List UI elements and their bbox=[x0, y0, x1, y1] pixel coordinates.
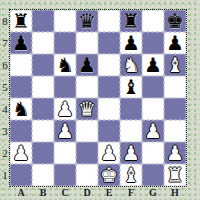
chess-board: ♜♛♜♚♟♟♟♞♟♞♟♝♝♞♟♛♟♟♟♟♟♟♚♝♜ bbox=[10, 10, 186, 186]
square-a7[interactable]: ♟ bbox=[10, 32, 32, 54]
piece-black-pawn[interactable]: ♟ bbox=[165, 33, 185, 53]
square-b1[interactable] bbox=[32, 164, 54, 186]
piece-white-knight[interactable]: ♞ bbox=[121, 55, 141, 75]
piece-white-pawn[interactable]: ♟ bbox=[121, 143, 141, 163]
square-a6[interactable] bbox=[10, 54, 32, 76]
square-g2[interactable] bbox=[142, 142, 164, 164]
rank-label-5: 5 bbox=[0, 76, 10, 98]
square-a4[interactable]: ♞ bbox=[10, 98, 32, 120]
file-label-e: E bbox=[98, 187, 120, 200]
square-d7[interactable] bbox=[76, 32, 98, 54]
piece-black-knight[interactable]: ♞ bbox=[55, 55, 75, 75]
square-h5[interactable] bbox=[164, 76, 186, 98]
square-d2[interactable] bbox=[76, 142, 98, 164]
square-h6[interactable]: ♝ bbox=[164, 54, 186, 76]
square-h8[interactable]: ♚ bbox=[164, 10, 186, 32]
rank-label-1: 1 bbox=[0, 164, 10, 186]
square-d6[interactable]: ♟ bbox=[76, 54, 98, 76]
rank-label-4: 4 bbox=[0, 98, 10, 120]
piece-black-rook[interactable]: ♜ bbox=[11, 11, 31, 31]
square-f7[interactable]: ♟ bbox=[120, 32, 142, 54]
piece-black-pawn[interactable]: ♟ bbox=[77, 55, 97, 75]
piece-black-pawn[interactable]: ♟ bbox=[143, 55, 163, 75]
square-b6[interactable] bbox=[32, 54, 54, 76]
square-d5[interactable] bbox=[76, 76, 98, 98]
piece-white-pawn[interactable]: ♟ bbox=[55, 99, 75, 119]
file-label-b: B bbox=[32, 187, 54, 200]
square-f8[interactable]: ♜ bbox=[120, 10, 142, 32]
square-h4[interactable] bbox=[164, 98, 186, 120]
file-label-h: H bbox=[164, 187, 186, 200]
piece-white-rook[interactable]: ♜ bbox=[165, 165, 185, 185]
piece-black-pawn[interactable]: ♟ bbox=[11, 33, 31, 53]
piece-white-pawn[interactable]: ♟ bbox=[99, 143, 119, 163]
square-a1[interactable] bbox=[10, 164, 32, 186]
square-b2[interactable] bbox=[32, 142, 54, 164]
square-e5[interactable] bbox=[98, 76, 120, 98]
square-a3[interactable] bbox=[10, 120, 32, 142]
square-e6[interactable] bbox=[98, 54, 120, 76]
piece-white-queen[interactable]: ♛ bbox=[77, 99, 97, 119]
square-h3[interactable] bbox=[164, 120, 186, 142]
square-a2[interactable]: ♟ bbox=[10, 142, 32, 164]
square-b5[interactable] bbox=[32, 76, 54, 98]
rank-label-2: 2 bbox=[0, 142, 10, 164]
square-e3[interactable] bbox=[98, 120, 120, 142]
square-e7[interactable] bbox=[98, 32, 120, 54]
file-label-f: F bbox=[120, 187, 142, 200]
square-d4[interactable]: ♛ bbox=[76, 98, 98, 120]
piece-black-queen[interactable]: ♛ bbox=[77, 11, 97, 31]
square-b4[interactable] bbox=[32, 98, 54, 120]
square-a5[interactable] bbox=[10, 76, 32, 98]
square-f4[interactable] bbox=[120, 98, 142, 120]
square-b7[interactable] bbox=[32, 32, 54, 54]
square-e4[interactable] bbox=[98, 98, 120, 120]
piece-white-pawn[interactable]: ♟ bbox=[55, 121, 75, 141]
chess-diagram: ♜♛♜♚♟♟♟♞♟♞♟♝♝♞♟♛♟♟♟♟♟♟♚♝♜ 87654321 ABCDE… bbox=[0, 0, 200, 200]
square-c1[interactable] bbox=[54, 164, 76, 186]
square-e2[interactable]: ♟ bbox=[98, 142, 120, 164]
square-d1[interactable] bbox=[76, 164, 98, 186]
piece-white-pawn[interactable]: ♟ bbox=[11, 143, 31, 163]
square-c5[interactable] bbox=[54, 76, 76, 98]
piece-white-pawn[interactable]: ♟ bbox=[143, 121, 163, 141]
square-g1[interactable] bbox=[142, 164, 164, 186]
file-label-a: A bbox=[10, 187, 32, 200]
piece-black-king[interactable]: ♚ bbox=[165, 11, 185, 31]
square-c2[interactable] bbox=[54, 142, 76, 164]
square-f6[interactable]: ♞ bbox=[120, 54, 142, 76]
piece-black-bishop[interactable]: ♝ bbox=[121, 77, 141, 97]
square-e1[interactable]: ♚ bbox=[98, 164, 120, 186]
square-g8[interactable] bbox=[142, 10, 164, 32]
square-d3[interactable] bbox=[76, 120, 98, 142]
square-b3[interactable] bbox=[32, 120, 54, 142]
file-label-g: G bbox=[142, 187, 164, 200]
rank-label-8: 8 bbox=[0, 10, 10, 32]
piece-white-bishop[interactable]: ♝ bbox=[121, 165, 141, 185]
square-h2[interactable]: ♟ bbox=[164, 142, 186, 164]
square-a8[interactable]: ♜ bbox=[10, 10, 32, 32]
square-c7[interactable] bbox=[54, 32, 76, 54]
square-g6[interactable]: ♟ bbox=[142, 54, 164, 76]
square-c8[interactable] bbox=[54, 10, 76, 32]
rank-label-3: 3 bbox=[0, 120, 10, 142]
square-e8[interactable] bbox=[98, 10, 120, 32]
square-g3[interactable]: ♟ bbox=[142, 120, 164, 142]
square-f3[interactable] bbox=[120, 120, 142, 142]
piece-black-rook[interactable]: ♜ bbox=[121, 11, 141, 31]
square-d8[interactable]: ♛ bbox=[76, 10, 98, 32]
square-c6[interactable]: ♞ bbox=[54, 54, 76, 76]
piece-white-bishop[interactable]: ♝ bbox=[165, 55, 185, 75]
rank-label-7: 7 bbox=[0, 32, 10, 54]
square-g4[interactable] bbox=[142, 98, 164, 120]
square-f5[interactable]: ♝ bbox=[120, 76, 142, 98]
square-f2[interactable]: ♟ bbox=[120, 142, 142, 164]
square-b8[interactable] bbox=[32, 10, 54, 32]
piece-black-pawn[interactable]: ♟ bbox=[121, 33, 141, 53]
square-h7[interactable]: ♟ bbox=[164, 32, 186, 54]
square-c4[interactable]: ♟ bbox=[54, 98, 76, 120]
square-g7[interactable] bbox=[142, 32, 164, 54]
piece-white-king[interactable]: ♚ bbox=[99, 165, 119, 185]
file-label-c: C bbox=[54, 187, 76, 200]
square-f1[interactable]: ♝ bbox=[120, 164, 142, 186]
square-h1[interactable]: ♜ bbox=[164, 164, 186, 186]
rank-label-6: 6 bbox=[0, 54, 10, 76]
square-g5[interactable] bbox=[142, 76, 164, 98]
square-c3[interactable]: ♟ bbox=[54, 120, 76, 142]
piece-white-pawn[interactable]: ♟ bbox=[165, 143, 185, 163]
file-label-d: D bbox=[76, 187, 98, 200]
piece-black-knight[interactable]: ♞ bbox=[11, 99, 31, 119]
